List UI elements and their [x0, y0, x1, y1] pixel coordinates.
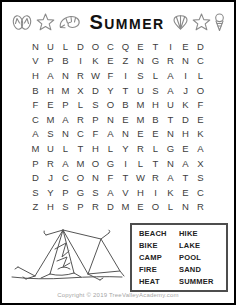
grid-cell[interactable]: E: [133, 200, 148, 215]
grid-cell[interactable]: H: [133, 185, 148, 200]
grid-cell[interactable]: L: [163, 200, 178, 215]
grid-cell[interactable]: S: [133, 68, 148, 83]
starfish-icon: [36, 13, 55, 32]
grid-cell[interactable]: R: [88, 200, 103, 215]
ice-cream-cone-icon: [214, 13, 225, 32]
grid-cell[interactable]: C: [193, 185, 208, 200]
word-list-item: POOL: [179, 253, 222, 262]
grid-cell[interactable]: L: [133, 156, 148, 171]
grid-cell[interactable]: A: [28, 127, 43, 142]
grid-cell[interactable]: H: [43, 83, 58, 98]
grid-cell[interactable]: H: [148, 97, 163, 112]
grid-cell[interactable]: H: [88, 141, 103, 156]
grid-cell[interactable]: O: [73, 170, 88, 185]
grid-cell[interactable]: R: [148, 170, 163, 185]
word-list-item: FIRE: [139, 265, 179, 274]
grid-cell[interactable]: N: [58, 68, 73, 83]
grid-cell[interactable]: G: [148, 54, 163, 69]
grid-cell[interactable]: D: [178, 112, 193, 127]
grid-cell[interactable]: E: [178, 141, 193, 156]
starfish-icon: [192, 13, 211, 32]
grid-cell[interactable]: T: [118, 83, 133, 98]
grid-cell[interactable]: S: [193, 170, 208, 185]
grid-cell[interactable]: T: [148, 39, 163, 54]
grid-cell[interactable]: S: [88, 97, 103, 112]
letter-grid: NULDOCQETIEDVPBIKEZNGRNCHANRWFISLAILBHMX…: [2, 39, 234, 214]
grid-cell[interactable]: A: [163, 83, 178, 98]
grid-cell[interactable]: I: [178, 68, 193, 83]
grid-cell[interactable]: O: [103, 97, 118, 112]
grid-cell[interactable]: G: [103, 156, 118, 171]
grid-cell[interactable]: S: [58, 200, 73, 215]
grid-cell[interactable]: R: [73, 112, 88, 127]
grid-cell[interactable]: T: [163, 112, 178, 127]
grid-cell[interactable]: R: [133, 141, 148, 156]
grid-cell[interactable]: D: [193, 39, 208, 54]
grid-cell[interactable]: T: [73, 141, 88, 156]
grid-cell[interactable]: H: [43, 200, 58, 215]
grid-cell[interactable]: T: [148, 156, 163, 171]
grid-cell[interactable]: O: [193, 83, 208, 98]
grid-cell[interactable]: R: [193, 200, 208, 215]
grid-cell[interactable]: L: [103, 141, 118, 156]
grid-cell[interactable]: B: [28, 83, 43, 98]
grid-cell[interactable]: H: [28, 68, 43, 83]
grid-cell[interactable]: X: [193, 156, 208, 171]
grid-cell[interactable]: K: [88, 54, 103, 69]
grid-cell[interactable]: D: [88, 83, 103, 98]
grid-cell[interactable]: C: [193, 54, 208, 69]
grid-cell[interactable]: P: [73, 200, 88, 215]
grid-cell[interactable]: I: [148, 185, 163, 200]
grid-cell[interactable]: S: [28, 185, 43, 200]
worksheet-page: Summer NULDOCQETIEDVPBIKEZNGRNCHANRWFISL…: [0, 0, 236, 305]
grid-cell[interactable]: P: [58, 97, 73, 112]
grid-cell[interactable]: O: [88, 156, 103, 171]
grid-cell[interactable]: Z: [28, 200, 43, 215]
grid-cell[interactable]: A: [43, 68, 58, 83]
grid-cell[interactable]: U: [163, 97, 178, 112]
grid-cell[interactable]: G: [163, 141, 178, 156]
word-list-item: CAMP: [139, 253, 179, 262]
grid-cell[interactable]: E: [133, 39, 148, 54]
grid-cell[interactable]: Y: [43, 185, 58, 200]
grid-cell[interactable]: K: [193, 127, 208, 142]
grid-cell[interactable]: B: [118, 97, 133, 112]
grid-cell[interactable]: J: [178, 83, 193, 98]
grid-cell[interactable]: C: [73, 127, 88, 142]
grid-cell[interactable]: T: [118, 170, 133, 185]
grid-cell[interactable]: A: [178, 156, 193, 171]
grid-cell[interactable]: A: [103, 127, 118, 142]
grid-cell[interactable]: N: [163, 156, 178, 171]
grid-cell[interactable]: A: [103, 185, 118, 200]
grid-cell[interactable]: V: [118, 185, 133, 200]
grid-cell[interactable]: P: [88, 112, 103, 127]
grid-cell[interactable]: J: [43, 170, 58, 185]
grid-cell[interactable]: U: [43, 39, 58, 54]
grid-cell[interactable]: R: [163, 54, 178, 69]
grid-cell[interactable]: E: [103, 54, 118, 69]
grid-cell[interactable]: M: [133, 112, 148, 127]
grid-cell[interactable]: L: [148, 141, 163, 156]
grid-cell[interactable]: P: [43, 54, 58, 69]
grid-cell[interactable]: S: [88, 185, 103, 200]
tent-illustration: [8, 219, 126, 285]
word-list-box: BEACHBIKECAMPFIREHEAT HIKELAKEPOOLSANDSU…: [130, 223, 228, 292]
flip-flops-icon: [11, 14, 33, 31]
grid-cell[interactable]: I: [118, 156, 133, 171]
grid-cell[interactable]: A: [163, 170, 178, 185]
grid-cell[interactable]: U: [133, 83, 148, 98]
puzzle-title: Summer: [89, 12, 164, 32]
grid-cell[interactable]: Y: [103, 83, 118, 98]
grid-cell[interactable]: G: [73, 185, 88, 200]
grid-cell[interactable]: E: [178, 39, 193, 54]
grid-cell[interactable]: N: [28, 39, 43, 54]
grid-cell[interactable]: E: [178, 185, 193, 200]
grid-cell[interactable]: E: [133, 127, 148, 142]
grid-cell[interactable]: I: [163, 39, 178, 54]
grid-cell[interactable]: N: [118, 127, 133, 142]
grid-cell[interactable]: A: [58, 112, 73, 127]
grid-cell[interactable]: A: [163, 68, 178, 83]
grid-cell[interactable]: O: [148, 200, 163, 215]
grid-cell[interactable]: A: [193, 141, 208, 156]
grid-cell[interactable]: E: [193, 112, 208, 127]
grid-cell[interactable]: B: [58, 54, 73, 69]
grid-cell[interactable]: I: [73, 54, 88, 69]
grid-cell[interactable]: L: [58, 141, 73, 156]
word-list-item: SUMMER: [179, 277, 222, 286]
grid-cell[interactable]: F: [103, 68, 118, 83]
word-col-2: HIKELAKEPOOLSANDSUMMER: [179, 229, 222, 286]
scallop-shell-icon: [172, 14, 189, 31]
grid-cell[interactable]: M: [58, 83, 73, 98]
grid-cell[interactable]: F: [193, 97, 208, 112]
conch-shell-icon: [58, 14, 82, 31]
grid-cell[interactable]: O: [88, 39, 103, 54]
grid-cell[interactable]: A: [58, 156, 73, 171]
grid-cell[interactable]: M: [73, 156, 88, 171]
title-row: Summer: [2, 9, 234, 35]
grid-cell[interactable]: D: [73, 39, 88, 54]
grid-cell[interactable]: Z: [118, 54, 133, 69]
grid-cell[interactable]: R: [73, 68, 88, 83]
bottom-row: BEACHBIKECAMPFIREHEAT HIKELAKEPOOLSANDSU…: [2, 219, 234, 292]
grid-cell[interactable]: D: [28, 170, 43, 185]
grid-cell[interactable]: K: [163, 185, 178, 200]
grid-cell[interactable]: D: [103, 200, 118, 215]
grid-cell[interactable]: I: [118, 68, 133, 83]
grid-cell[interactable]: L: [58, 39, 73, 54]
word-col-1: BEACHBIKECAMPFIREHEAT: [139, 229, 179, 286]
grid-cell[interactable]: E: [43, 97, 58, 112]
grid-cell[interactable]: C: [28, 112, 43, 127]
word-list-item: BIKE: [139, 241, 179, 250]
word-list-item: SAND: [179, 265, 222, 274]
grid-cell[interactable]: Y: [118, 141, 133, 156]
grid-cell[interactable]: R: [43, 156, 58, 171]
grid-cell[interactable]: N: [163, 127, 178, 142]
word-list-item: HEAT: [139, 277, 179, 286]
grid-cell[interactable]: C: [103, 39, 118, 54]
grid-cell[interactable]: M: [118, 200, 133, 215]
grid-cell[interactable]: C: [58, 170, 73, 185]
grid-cell[interactable]: W: [133, 170, 148, 185]
grid-cell[interactable]: N: [133, 54, 148, 69]
grid-cell[interactable]: E: [148, 127, 163, 142]
copyright-text: Copyright © 2019 TreeValleyAcademy.com: [2, 292, 234, 298]
grid-cell[interactable]: N: [58, 127, 73, 142]
grid-cell[interactable]: H: [178, 127, 193, 142]
grid-cell[interactable]: L: [148, 68, 163, 83]
grid-cell[interactable]: W: [88, 68, 103, 83]
grid-cell[interactable]: U: [43, 141, 58, 156]
grid-cell[interactable]: L: [73, 97, 88, 112]
grid-cell[interactable]: N: [178, 54, 193, 69]
grid-cell[interactable]: L: [193, 68, 208, 83]
word-list-item: HIKE: [179, 229, 222, 238]
grid-cell[interactable]: N: [178, 200, 193, 215]
grid-cell[interactable]: F: [28, 97, 43, 112]
grid-cell[interactable]: S: [43, 127, 58, 142]
grid-cell[interactable]: Q: [118, 39, 133, 54]
grid-cell[interactable]: K: [178, 97, 193, 112]
grid-cell[interactable]: P: [58, 185, 73, 200]
grid-cell[interactable]: M: [133, 97, 148, 112]
grid-cell[interactable]: V: [28, 54, 43, 69]
grid-cell[interactable]: B: [148, 112, 163, 127]
word-list-item: BEACH: [139, 229, 179, 238]
grid-cell[interactable]: F: [88, 127, 103, 142]
grid-cell[interactable]: F: [103, 170, 118, 185]
grid-cell[interactable]: E: [118, 112, 133, 127]
grid-cell[interactable]: S: [148, 83, 163, 98]
grid-cell[interactable]: M: [28, 141, 43, 156]
grid-cell[interactable]: T: [178, 170, 193, 185]
grid-cell[interactable]: N: [88, 170, 103, 185]
grid-cell[interactable]: N: [103, 112, 118, 127]
word-list-item: LAKE: [179, 241, 222, 250]
grid-cell[interactable]: M: [43, 112, 58, 127]
grid-cell[interactable]: P: [28, 156, 43, 171]
grid-cell[interactable]: X: [73, 83, 88, 98]
